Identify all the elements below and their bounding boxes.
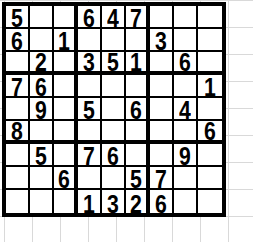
cell-r3c6[interactable]: 1 [126, 52, 150, 75]
cell-r5c4[interactable]: 5 [78, 98, 102, 121]
cell-r2c7[interactable]: 3 [150, 29, 174, 52]
cell-r6c6[interactable] [126, 121, 150, 144]
given-digit: 6 [83, 6, 95, 31]
cell-r7c2[interactable]: 5 [30, 144, 54, 167]
sudoku-board: 56476132351676195648657696571326 [2, 2, 226, 217]
cell-r5c3[interactable] [54, 98, 78, 121]
sudoku-screenshot: 56476132351676195648657696571326 [0, 0, 253, 242]
cell-r4c5[interactable] [102, 75, 126, 98]
cell-r8c1[interactable] [6, 167, 30, 190]
given-digit: 8 [11, 119, 23, 144]
cell-r1c3[interactable] [54, 6, 78, 29]
given-digit: 6 [130, 98, 142, 123]
given-digit: 7 [155, 167, 167, 192]
cell-r7c8[interactable]: 9 [174, 144, 198, 167]
cell-r4c3[interactable] [54, 75, 78, 98]
cell-r1c7[interactable] [150, 6, 174, 29]
given-digit: 5 [35, 144, 47, 169]
cell-r5c7[interactable] [150, 98, 174, 121]
cell-r6c4[interactable] [78, 121, 102, 144]
cell-r4c2[interactable]: 6 [30, 75, 54, 98]
cell-r5c6[interactable]: 6 [126, 98, 150, 121]
cell-r6c3[interactable] [54, 121, 78, 144]
cell-r6c8[interactable] [174, 121, 198, 144]
given-digit: 6 [204, 119, 216, 144]
given-digit: 4 [179, 98, 191, 123]
cell-r5c8[interactable]: 4 [174, 98, 198, 121]
cell-r8c5[interactable] [102, 167, 126, 190]
cell-r1c8[interactable] [174, 6, 198, 29]
cell-r7c5[interactable]: 6 [102, 144, 126, 167]
cell-r2c3[interactable]: 1 [54, 29, 78, 52]
cell-r3c5[interactable]: 5 [102, 52, 126, 75]
cell-r4c1[interactable]: 7 [6, 75, 30, 98]
given-digit: 1 [130, 50, 142, 75]
given-digit: 6 [107, 144, 119, 169]
given-digit: 7 [83, 144, 95, 169]
cell-r8c9[interactable] [198, 167, 222, 190]
cell-r2c1[interactable]: 6 [6, 29, 30, 52]
given-digit: 6 [11, 29, 23, 54]
given-digit: 5 [130, 167, 142, 192]
cell-r8c6[interactable]: 5 [126, 167, 150, 190]
cell-r7c7[interactable] [150, 144, 174, 167]
given-digit: 2 [35, 50, 47, 75]
cell-r8c8[interactable] [174, 167, 198, 190]
cell-r8c4[interactable] [78, 167, 102, 190]
cell-r3c4[interactable]: 3 [78, 52, 102, 75]
cell-r6c1[interactable]: 8 [6, 121, 30, 144]
given-digit: 3 [107, 192, 119, 217]
given-digit: 5 [107, 50, 119, 75]
given-digit: 7 [130, 6, 142, 31]
cell-r9c4[interactable]: 1 [78, 190, 102, 213]
cell-r9c7[interactable]: 6 [150, 190, 174, 213]
sudoku-grid: 56476132351676195648657696571326 [6, 6, 222, 213]
cell-r4c7[interactable] [150, 75, 174, 98]
given-digit: 3 [83, 50, 95, 75]
cell-r1c2[interactable] [30, 6, 54, 29]
cell-r9c2[interactable] [30, 190, 54, 213]
cell-r6c2[interactable] [30, 121, 54, 144]
cell-r9c6[interactable]: 2 [126, 190, 150, 213]
cell-r4c9[interactable]: 1 [198, 75, 222, 98]
cell-r3c9[interactable] [198, 52, 222, 75]
given-digit: 1 [58, 29, 70, 54]
cell-r3c3[interactable] [54, 52, 78, 75]
cell-r1c5[interactable]: 4 [102, 6, 126, 29]
cell-r9c8[interactable] [174, 190, 198, 213]
cell-r6c9[interactable]: 6 [198, 121, 222, 144]
given-digit: 3 [155, 29, 167, 54]
given-digit: 1 [83, 192, 95, 217]
given-digit: 6 [155, 192, 167, 217]
given-digit: 9 [179, 144, 191, 169]
cell-r7c3[interactable] [54, 144, 78, 167]
cell-r7c4[interactable]: 7 [78, 144, 102, 167]
given-digit: 4 [107, 6, 119, 31]
cell-r6c5[interactable] [102, 121, 126, 144]
cell-r7c1[interactable] [6, 144, 30, 167]
cell-r5c5[interactable] [102, 98, 126, 121]
cell-r3c7[interactable] [150, 52, 174, 75]
given-digit: 1 [204, 75, 216, 100]
cell-r1c4[interactable]: 6 [78, 6, 102, 29]
cell-r6c7[interactable] [150, 121, 174, 144]
given-digit: 7 [11, 75, 23, 100]
cell-r9c3[interactable] [54, 190, 78, 213]
cell-r3c1[interactable] [6, 52, 30, 75]
cell-r9c5[interactable]: 3 [102, 190, 126, 213]
given-digit: 6 [58, 167, 70, 192]
given-digit: 5 [83, 98, 95, 123]
cell-r4c6[interactable] [126, 75, 150, 98]
cell-r5c2[interactable]: 9 [30, 98, 54, 121]
cell-r9c9[interactable] [198, 190, 222, 213]
cell-r1c6[interactable]: 7 [126, 6, 150, 29]
cell-r4c4[interactable] [78, 75, 102, 98]
cell-r9c1[interactable] [6, 190, 30, 213]
given-digit: 2 [130, 192, 142, 217]
cell-r1c9[interactable] [198, 6, 222, 29]
given-digit: 6 [179, 50, 191, 75]
cell-r3c2[interactable]: 2 [30, 52, 54, 75]
cell-r4c8[interactable] [174, 75, 198, 98]
cell-r8c2[interactable] [30, 167, 54, 190]
cell-r3c8[interactable]: 6 [174, 52, 198, 75]
cell-r2c9[interactable] [198, 29, 222, 52]
cell-r7c6[interactable] [126, 144, 150, 167]
cell-r7c9[interactable] [198, 144, 222, 167]
cell-r1c1[interactable]: 5 [6, 6, 30, 29]
cell-r8c7[interactable]: 7 [150, 167, 174, 190]
cell-r8c3[interactable]: 6 [54, 167, 78, 190]
given-digit: 9 [35, 98, 47, 123]
